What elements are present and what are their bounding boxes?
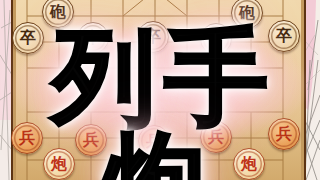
piece-glyph: 砲	[50, 4, 66, 20]
piece-glyph: 砲	[239, 5, 255, 21]
video-thumbnail: 砲砲卒卒卒卒卒兵兵兵兵兵炮炮 列手炮	[0, 0, 320, 180]
overlay-title: 列手炮	[0, 26, 320, 180]
